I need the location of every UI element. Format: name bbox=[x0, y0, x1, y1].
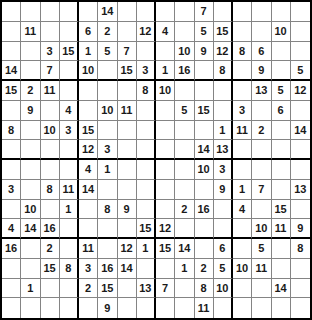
cell-r7c6-empty[interactable] bbox=[98, 121, 117, 141]
cell-r5c14-given[interactable]: 13 bbox=[252, 81, 271, 101]
cell-r10c11-empty[interactable] bbox=[195, 180, 214, 200]
cell-r7c12-given[interactable]: 1 bbox=[214, 121, 233, 141]
cell-r2c5-given[interactable]: 6 bbox=[79, 22, 98, 42]
cell-r4c13-empty[interactable] bbox=[233, 61, 252, 81]
cell-r6c2-given[interactable]: 9 bbox=[21, 101, 40, 121]
cell-r4c5-given[interactable]: 10 bbox=[79, 61, 98, 81]
cell-r16c6-given[interactable]: 9 bbox=[98, 298, 117, 318]
cell-r5c8-given[interactable]: 8 bbox=[137, 81, 156, 101]
cell-r2c15-given[interactable]: 10 bbox=[272, 22, 291, 42]
cell-r11c10-given[interactable]: 2 bbox=[175, 200, 194, 220]
cell-r4c1-given[interactable]: 14 bbox=[2, 61, 21, 81]
cell-r7c13-given[interactable]: 11 bbox=[233, 121, 252, 141]
cell-r14c10-given[interactable]: 1 bbox=[175, 259, 194, 279]
cell-r15c5-given[interactable]: 2 bbox=[79, 279, 98, 299]
cell-r11c2-given[interactable]: 10 bbox=[21, 200, 40, 220]
cell-r11c9-empty[interactable] bbox=[156, 200, 175, 220]
cell-r11c16-empty[interactable] bbox=[291, 200, 310, 220]
cell-r14c1-empty[interactable] bbox=[2, 259, 21, 279]
cell-r9c8-empty[interactable] bbox=[137, 160, 156, 180]
cell-r1c1-empty[interactable] bbox=[2, 2, 21, 22]
cell-r9c10-empty[interactable] bbox=[175, 160, 194, 180]
cell-r14c8-empty[interactable] bbox=[137, 259, 156, 279]
cell-r12c16-given[interactable]: 9 bbox=[291, 219, 310, 239]
cell-r1c10-empty[interactable] bbox=[175, 2, 194, 22]
cell-r4c9-given[interactable]: 1 bbox=[156, 61, 175, 81]
cell-r1c9-empty[interactable] bbox=[156, 2, 175, 22]
cell-r15c7-empty[interactable] bbox=[118, 279, 137, 299]
cell-r9c15-empty[interactable] bbox=[272, 160, 291, 180]
cell-r10c2-empty[interactable] bbox=[21, 180, 40, 200]
cell-r6c15-given[interactable]: 6 bbox=[272, 101, 291, 121]
cell-r2c16-empty[interactable] bbox=[291, 22, 310, 42]
cell-r16c13-empty[interactable] bbox=[233, 298, 252, 318]
cell-r9c6-given[interactable]: 1 bbox=[98, 160, 117, 180]
cell-r1c7-empty[interactable] bbox=[118, 2, 137, 22]
cell-r1c14-empty[interactable] bbox=[252, 2, 271, 22]
cell-r3c4-given[interactable]: 15 bbox=[60, 42, 79, 62]
cell-r6c8-empty[interactable] bbox=[137, 101, 156, 121]
cell-r5c13-empty[interactable] bbox=[233, 81, 252, 101]
cell-r6c12-empty[interactable] bbox=[214, 101, 233, 121]
cell-r13c5-given[interactable]: 11 bbox=[79, 239, 98, 259]
cell-r12c13-empty[interactable] bbox=[233, 219, 252, 239]
cell-r15c4-empty[interactable] bbox=[60, 279, 79, 299]
cell-r10c14-given[interactable]: 7 bbox=[252, 180, 271, 200]
cell-r8c14-empty[interactable] bbox=[252, 140, 271, 160]
cell-r8c10-empty[interactable] bbox=[175, 140, 194, 160]
cell-r6c11-given[interactable]: 15 bbox=[195, 101, 214, 121]
cell-r9c9-empty[interactable] bbox=[156, 160, 175, 180]
cell-r3c10-given[interactable]: 10 bbox=[175, 42, 194, 62]
cell-r16c12-empty[interactable] bbox=[214, 298, 233, 318]
cell-r11c1-empty[interactable] bbox=[2, 200, 21, 220]
cell-r5c15-given[interactable]: 5 bbox=[272, 81, 291, 101]
cell-r9c14-empty[interactable] bbox=[252, 160, 271, 180]
cell-r10c1-given[interactable]: 3 bbox=[2, 180, 21, 200]
cell-r7c9-empty[interactable] bbox=[156, 121, 175, 141]
cell-r11c6-given[interactable]: 8 bbox=[98, 200, 117, 220]
cell-r11c7-given[interactable]: 9 bbox=[118, 200, 137, 220]
cell-r4c16-given[interactable]: 5 bbox=[291, 61, 310, 81]
cell-r10c7-empty[interactable] bbox=[118, 180, 137, 200]
cell-r5c9-given[interactable]: 10 bbox=[156, 81, 175, 101]
cell-r16c14-empty[interactable] bbox=[252, 298, 271, 318]
cell-r13c15-empty[interactable] bbox=[272, 239, 291, 259]
cell-r4c14-given[interactable]: 9 bbox=[252, 61, 271, 81]
cell-r7c2-empty[interactable] bbox=[21, 121, 40, 141]
cell-r12c6-empty[interactable] bbox=[98, 219, 117, 239]
cell-r16c8-empty[interactable] bbox=[137, 298, 156, 318]
cell-r6c14-empty[interactable] bbox=[252, 101, 271, 121]
cell-r13c7-given[interactable]: 12 bbox=[118, 239, 137, 259]
cell-r9c4-empty[interactable] bbox=[60, 160, 79, 180]
cell-r3c8-empty[interactable] bbox=[137, 42, 156, 62]
cell-r4c7-given[interactable]: 15 bbox=[118, 61, 137, 81]
cell-r16c7-empty[interactable] bbox=[118, 298, 137, 318]
cell-r14c12-given[interactable]: 5 bbox=[214, 259, 233, 279]
cell-r7c1-given[interactable]: 8 bbox=[2, 121, 21, 141]
cell-r15c15-given[interactable]: 14 bbox=[272, 279, 291, 299]
cell-r3c5-given[interactable]: 1 bbox=[79, 42, 98, 62]
cell-r16c11-given[interactable]: 11 bbox=[195, 298, 214, 318]
cell-r2c4-empty[interactable] bbox=[60, 22, 79, 42]
cell-r9c7-empty[interactable] bbox=[118, 160, 137, 180]
cell-r3c11-given[interactable]: 9 bbox=[195, 42, 214, 62]
cell-r2c10-empty[interactable] bbox=[175, 22, 194, 42]
cell-r6c5-empty[interactable] bbox=[79, 101, 98, 121]
cell-r15c1-empty[interactable] bbox=[2, 279, 21, 299]
cell-r14c4-given[interactable]: 8 bbox=[60, 259, 79, 279]
cell-r14c16-empty[interactable] bbox=[291, 259, 310, 279]
cell-r3c12-given[interactable]: 12 bbox=[214, 42, 233, 62]
cell-r10c15-empty[interactable] bbox=[272, 180, 291, 200]
cell-r15c10-empty[interactable] bbox=[175, 279, 194, 299]
cell-r4c11-empty[interactable] bbox=[195, 61, 214, 81]
cell-r13c14-given[interactable]: 5 bbox=[252, 239, 271, 259]
cell-r14c14-given[interactable]: 11 bbox=[252, 259, 271, 279]
cell-r6c7-given[interactable]: 11 bbox=[118, 101, 137, 121]
cell-r16c4-empty[interactable] bbox=[60, 298, 79, 318]
cell-r12c2-given[interactable]: 14 bbox=[21, 219, 40, 239]
cell-r7c15-empty[interactable] bbox=[272, 121, 291, 141]
cell-r5c10-empty[interactable] bbox=[175, 81, 194, 101]
cell-r3c15-empty[interactable] bbox=[272, 42, 291, 62]
cell-r5c1-given[interactable]: 15 bbox=[2, 81, 21, 101]
cell-r10c5-given[interactable]: 14 bbox=[79, 180, 98, 200]
cell-r1c5-empty[interactable] bbox=[79, 2, 98, 22]
cell-r13c12-given[interactable]: 6 bbox=[214, 239, 233, 259]
cell-r2c7-empty[interactable] bbox=[118, 22, 137, 42]
sudoku-board: 1471162124515103151571091286147101531168… bbox=[0, 0, 312, 320]
cell-r10c10-empty[interactable] bbox=[175, 180, 194, 200]
cell-r5c6-empty[interactable] bbox=[98, 81, 117, 101]
cell-r13c4-empty[interactable] bbox=[60, 239, 79, 259]
cell-r15c11-given[interactable]: 8 bbox=[195, 279, 214, 299]
cell-r9c2-empty[interactable] bbox=[21, 160, 40, 180]
cell-r5c7-empty[interactable] bbox=[118, 81, 137, 101]
cell-r13c13-empty[interactable] bbox=[233, 239, 252, 259]
cell-r10c6-empty[interactable] bbox=[98, 180, 117, 200]
cell-r16c15-empty[interactable] bbox=[272, 298, 291, 318]
cell-r8c11-given[interactable]: 14 bbox=[195, 140, 214, 160]
cell-r7c10-empty[interactable] bbox=[175, 121, 194, 141]
cell-r3c3-given[interactable]: 3 bbox=[41, 42, 60, 62]
cell-r13c10-given[interactable]: 14 bbox=[175, 239, 194, 259]
cell-r7c7-empty[interactable] bbox=[118, 121, 137, 141]
cell-r8c6-given[interactable]: 3 bbox=[98, 140, 117, 160]
cell-r6c1-empty[interactable] bbox=[2, 101, 21, 121]
cell-r15c6-given[interactable]: 15 bbox=[98, 279, 117, 299]
cell-r3c14-given[interactable]: 6 bbox=[252, 42, 271, 62]
cell-r14c9-empty[interactable] bbox=[156, 259, 175, 279]
cell-r11c13-given[interactable]: 4 bbox=[233, 200, 252, 220]
cell-r13c2-empty[interactable] bbox=[21, 239, 40, 259]
cell-r15c14-empty[interactable] bbox=[252, 279, 271, 299]
cell-r4c10-given[interactable]: 16 bbox=[175, 61, 194, 81]
cell-r8c7-empty[interactable] bbox=[118, 140, 137, 160]
cell-r14c15-empty[interactable] bbox=[272, 259, 291, 279]
cell-r12c11-empty[interactable] bbox=[195, 219, 214, 239]
cell-r10c12-given[interactable]: 9 bbox=[214, 180, 233, 200]
cell-r7c4-given[interactable]: 3 bbox=[60, 121, 79, 141]
cell-r2c12-given[interactable]: 15 bbox=[214, 22, 233, 42]
cell-r11c12-empty[interactable] bbox=[214, 200, 233, 220]
cell-r12c4-empty[interactable] bbox=[60, 219, 79, 239]
cell-r7c14-given[interactable]: 2 bbox=[252, 121, 271, 141]
cell-r2c1-empty[interactable] bbox=[2, 22, 21, 42]
cell-r12c1-given[interactable]: 4 bbox=[2, 219, 21, 239]
cell-r1c8-empty[interactable] bbox=[137, 2, 156, 22]
cell-r3c6-given[interactable]: 5 bbox=[98, 42, 117, 62]
cell-r5c3-given[interactable]: 11 bbox=[41, 81, 60, 101]
cell-r8c15-empty[interactable] bbox=[272, 140, 291, 160]
cell-r13c8-given[interactable]: 1 bbox=[137, 239, 156, 259]
cell-r16c3-empty[interactable] bbox=[41, 298, 60, 318]
cell-r9c16-empty[interactable] bbox=[291, 160, 310, 180]
cell-r3c9-empty[interactable] bbox=[156, 42, 175, 62]
cell-r8c16-empty[interactable] bbox=[291, 140, 310, 160]
cell-r6c3-empty[interactable] bbox=[41, 101, 60, 121]
cell-r1c15-empty[interactable] bbox=[272, 2, 291, 22]
cell-r16c10-empty[interactable] bbox=[175, 298, 194, 318]
cell-r1c3-empty[interactable] bbox=[41, 2, 60, 22]
cell-r1c4-empty[interactable] bbox=[60, 2, 79, 22]
cell-r7c3-given[interactable]: 10 bbox=[41, 121, 60, 141]
cell-r8c5-given[interactable]: 12 bbox=[79, 140, 98, 160]
cell-r8c8-empty[interactable] bbox=[137, 140, 156, 160]
cell-r3c2-empty[interactable] bbox=[21, 42, 40, 62]
cell-r7c11-empty[interactable] bbox=[195, 121, 214, 141]
cell-r8c1-empty[interactable] bbox=[2, 140, 21, 160]
cell-r16c9-empty[interactable] bbox=[156, 298, 175, 318]
cell-r14c2-empty[interactable] bbox=[21, 259, 40, 279]
cell-r8c13-empty[interactable] bbox=[233, 140, 252, 160]
cell-r6c4-given[interactable]: 4 bbox=[60, 101, 79, 121]
cell-r8c12-given[interactable]: 13 bbox=[214, 140, 233, 160]
cell-r4c3-given[interactable]: 7 bbox=[41, 61, 60, 81]
cell-r7c16-given[interactable]: 14 bbox=[291, 121, 310, 141]
cell-r3c1-empty[interactable] bbox=[2, 42, 21, 62]
cell-r1c12-empty[interactable] bbox=[214, 2, 233, 22]
cell-r16c1-empty[interactable] bbox=[2, 298, 21, 318]
cell-r11c15-given[interactable]: 15 bbox=[272, 200, 291, 220]
cell-r5c16-given[interactable]: 12 bbox=[291, 81, 310, 101]
cell-r15c12-given[interactable]: 10 bbox=[214, 279, 233, 299]
cell-r12c10-empty[interactable] bbox=[175, 219, 194, 239]
cell-r2c8-given[interactable]: 12 bbox=[137, 22, 156, 42]
cell-r16c5-empty[interactable] bbox=[79, 298, 98, 318]
cell-r1c16-empty[interactable] bbox=[291, 2, 310, 22]
cell-r2c11-given[interactable]: 5 bbox=[195, 22, 214, 42]
cell-r14c5-given[interactable]: 3 bbox=[79, 259, 98, 279]
cell-r15c2-given[interactable]: 1 bbox=[21, 279, 40, 299]
cell-r14c13-given[interactable]: 10 bbox=[233, 259, 252, 279]
cell-r3c7-given[interactable]: 7 bbox=[118, 42, 137, 62]
cell-r10c9-empty[interactable] bbox=[156, 180, 175, 200]
cell-r8c4-empty[interactable] bbox=[60, 140, 79, 160]
cell-r9c12-given[interactable]: 3 bbox=[214, 160, 233, 180]
cell-r12c12-empty[interactable] bbox=[214, 219, 233, 239]
cell-r2c2-given[interactable]: 11 bbox=[21, 22, 40, 42]
cell-r15c3-empty[interactable] bbox=[41, 279, 60, 299]
cell-r14c7-given[interactable]: 14 bbox=[118, 259, 137, 279]
cell-r13c1-given[interactable]: 16 bbox=[2, 239, 21, 259]
cell-r14c3-given[interactable]: 15 bbox=[41, 259, 60, 279]
cell-r12c5-empty[interactable] bbox=[79, 219, 98, 239]
cell-r15c16-empty[interactable] bbox=[291, 279, 310, 299]
cell-r3c16-empty[interactable] bbox=[291, 42, 310, 62]
cell-r11c3-empty[interactable] bbox=[41, 200, 60, 220]
cell-r2c9-given[interactable]: 4 bbox=[156, 22, 175, 42]
cell-r10c16-given[interactable]: 13 bbox=[291, 180, 310, 200]
cell-r14c11-given[interactable]: 2 bbox=[195, 259, 214, 279]
cell-r1c11-given[interactable]: 7 bbox=[195, 2, 214, 22]
cell-r15c13-empty[interactable] bbox=[233, 279, 252, 299]
cell-r9c5-given[interactable]: 4 bbox=[79, 160, 98, 180]
cell-r13c16-given[interactable]: 8 bbox=[291, 239, 310, 259]
cell-r15c8-given[interactable]: 13 bbox=[137, 279, 156, 299]
cell-r13c6-empty[interactable] bbox=[98, 239, 117, 259]
cell-r13c11-empty[interactable] bbox=[195, 239, 214, 259]
cell-r1c13-empty[interactable] bbox=[233, 2, 252, 22]
cell-r16c2-empty[interactable] bbox=[21, 298, 40, 318]
cell-r9c13-empty[interactable] bbox=[233, 160, 252, 180]
cell-r15c9-given[interactable]: 7 bbox=[156, 279, 175, 299]
cell-r9c1-empty[interactable] bbox=[2, 160, 21, 180]
cell-r12c3-given[interactable]: 16 bbox=[41, 219, 60, 239]
cell-r2c14-empty[interactable] bbox=[252, 22, 271, 42]
cell-r11c4-given[interactable]: 1 bbox=[60, 200, 79, 220]
cell-r7c8-empty[interactable] bbox=[137, 121, 156, 141]
cell-r10c3-given[interactable]: 8 bbox=[41, 180, 60, 200]
cell-r4c2-empty[interactable] bbox=[21, 61, 40, 81]
cell-r12c9-given[interactable]: 12 bbox=[156, 219, 175, 239]
cell-r10c4-given[interactable]: 11 bbox=[60, 180, 79, 200]
cell-r10c8-empty[interactable] bbox=[137, 180, 156, 200]
cell-r9c11-given[interactable]: 10 bbox=[195, 160, 214, 180]
cell-r6c9-empty[interactable] bbox=[156, 101, 175, 121]
cell-r13c9-given[interactable]: 15 bbox=[156, 239, 175, 259]
cell-r6c13-given[interactable]: 3 bbox=[233, 101, 252, 121]
cell-r4c4-empty[interactable] bbox=[60, 61, 79, 81]
cell-r1c6-given[interactable]: 14 bbox=[98, 2, 117, 22]
cell-r10c13-given[interactable]: 1 bbox=[233, 180, 252, 200]
cell-r14c6-given[interactable]: 16 bbox=[98, 259, 117, 279]
cell-r6c16-empty[interactable] bbox=[291, 101, 310, 121]
cell-r4c15-empty[interactable] bbox=[272, 61, 291, 81]
cell-r4c6-empty[interactable] bbox=[98, 61, 117, 81]
cell-r2c6-given[interactable]: 2 bbox=[98, 22, 117, 42]
cell-r6c6-given[interactable]: 10 bbox=[98, 101, 117, 121]
cell-r2c13-empty[interactable] bbox=[233, 22, 252, 42]
cell-r11c8-empty[interactable] bbox=[137, 200, 156, 220]
cell-r3c13-given[interactable]: 8 bbox=[233, 42, 252, 62]
cell-r8c2-empty[interactable] bbox=[21, 140, 40, 160]
cell-r11c11-given[interactable]: 16 bbox=[195, 200, 214, 220]
cell-r7c5-given[interactable]: 15 bbox=[79, 121, 98, 141]
cell-r13c3-given[interactable]: 2 bbox=[41, 239, 60, 259]
cell-r8c3-empty[interactable] bbox=[41, 140, 60, 160]
cell-r6c10-given[interactable]: 5 bbox=[175, 101, 194, 121]
cell-r8c9-empty[interactable] bbox=[156, 140, 175, 160]
cell-r12c8-given[interactable]: 15 bbox=[137, 219, 156, 239]
cell-r11c5-empty[interactable] bbox=[79, 200, 98, 220]
cell-r12c15-given[interactable]: 11 bbox=[272, 219, 291, 239]
cell-r5c11-empty[interactable] bbox=[195, 81, 214, 101]
cell-r4c12-given[interactable]: 8 bbox=[214, 61, 233, 81]
cell-r9c3-empty[interactable] bbox=[41, 160, 60, 180]
cell-r5c5-empty[interactable] bbox=[79, 81, 98, 101]
cell-r5c12-empty[interactable] bbox=[214, 81, 233, 101]
cell-r5c4-empty[interactable] bbox=[60, 81, 79, 101]
cell-r12c7-empty[interactable] bbox=[118, 219, 137, 239]
cell-r1c2-empty[interactable] bbox=[21, 2, 40, 22]
cell-r2c3-empty[interactable] bbox=[41, 22, 60, 42]
cell-r11c14-empty[interactable] bbox=[252, 200, 271, 220]
cell-r16c16-empty[interactable] bbox=[291, 298, 310, 318]
cell-r12c14-given[interactable]: 10 bbox=[252, 219, 271, 239]
cell-r4c8-given[interactable]: 3 bbox=[137, 61, 156, 81]
cell-r5c2-given[interactable]: 2 bbox=[21, 81, 40, 101]
